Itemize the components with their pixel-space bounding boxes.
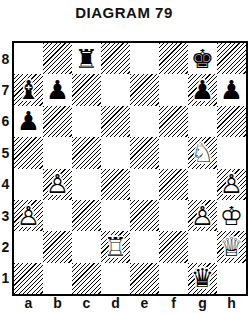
square-h3: ♚♔ [217, 200, 246, 231]
square-e1 [130, 263, 159, 294]
rank-label-5: 5 [0, 137, 11, 168]
square-g4 [188, 169, 217, 200]
square-d7 [101, 74, 130, 105]
square-f3 [159, 200, 188, 231]
black-bishop-a7: ♝ [14, 74, 43, 105]
file-label-f: f [159, 295, 188, 311]
rank-label-3: 3 [0, 200, 11, 231]
square-b8 [43, 43, 72, 74]
square-b1 [43, 263, 72, 294]
square-h5 [217, 137, 246, 168]
square-c5 [72, 137, 101, 168]
square-a2 [14, 231, 43, 262]
square-b6 [43, 106, 72, 137]
square-b2 [43, 231, 72, 262]
square-h6 [217, 106, 246, 137]
square-b3 [43, 200, 72, 231]
square-d2: ♜♖ [101, 231, 130, 262]
square-d5 [101, 137, 130, 168]
white-knight-g5: ♘ [188, 137, 217, 168]
black-rook-halo: ♜ [72, 43, 101, 74]
white-pawn-halo: ♟ [217, 169, 246, 200]
square-g2 [188, 231, 217, 262]
square-a4 [14, 169, 43, 200]
square-f6 [159, 106, 188, 137]
square-e5 [130, 137, 159, 168]
black-queen-g1: ♛ [188, 263, 217, 294]
white-pawn-a3: ♙ [14, 200, 43, 231]
black-bishop-halo: ♝ [14, 74, 43, 105]
square-a8 [14, 43, 43, 74]
black-queen-halo: ♛ [188, 263, 217, 294]
file-label-d: d [101, 295, 130, 311]
black-rook-c8: ♜ [72, 43, 101, 74]
rank-label-6: 6 [0, 106, 11, 137]
white-queen-h2: ♕ [217, 231, 246, 262]
square-d1 [101, 263, 130, 294]
square-g7: ♟♟ [188, 74, 217, 105]
black-pawn-g7: ♟ [188, 74, 217, 105]
square-c6 [72, 106, 101, 137]
rank-label-1: 1 [0, 263, 11, 294]
square-f1 [159, 263, 188, 294]
white-rook-halo: ♜ [101, 231, 130, 262]
square-g5: ♞♘ [188, 137, 217, 168]
white-pawn-b4: ♙ [43, 169, 72, 200]
square-d6 [101, 106, 130, 137]
rank-label-2: 2 [0, 231, 11, 262]
white-pawn-halo: ♟ [43, 169, 72, 200]
square-e3 [130, 200, 159, 231]
square-a7: ♝♝ [14, 74, 43, 105]
square-c8: ♜♜ [72, 43, 101, 74]
square-g6 [188, 106, 217, 137]
square-h1 [217, 263, 246, 294]
square-f5 [159, 137, 188, 168]
white-knight-halo: ♞ [188, 137, 217, 168]
square-e4 [130, 169, 159, 200]
square-a5 [14, 137, 43, 168]
black-pawn-b7: ♟ [43, 74, 72, 105]
white-pawn-g3: ♙ [188, 200, 217, 231]
white-pawn-halo: ♟ [188, 200, 217, 231]
square-c3 [72, 200, 101, 231]
file-label-h: h [217, 295, 246, 311]
square-g3: ♟♙ [188, 200, 217, 231]
white-king-h3: ♔ [217, 200, 246, 231]
rank-label-7: 7 [0, 74, 11, 105]
square-c1 [72, 263, 101, 294]
square-c2 [72, 231, 101, 262]
black-pawn-halo: ♟ [188, 74, 217, 105]
square-h8 [217, 43, 246, 74]
square-b4: ♟♙ [43, 169, 72, 200]
white-king-halo: ♚ [217, 200, 246, 231]
white-rook-d2: ♖ [101, 231, 130, 262]
square-e6 [130, 106, 159, 137]
file-label-a: a [14, 295, 43, 311]
square-g8: ♚♚ [188, 43, 217, 74]
square-b7: ♟♟ [43, 74, 72, 105]
file-labels: abcdefgh [14, 295, 246, 311]
square-a3: ♟♙ [14, 200, 43, 231]
black-pawn-h7: ♟ [217, 74, 246, 105]
square-c7 [72, 74, 101, 105]
file-label-c: c [72, 295, 101, 311]
square-h7: ♟♟ [217, 74, 246, 105]
diagram-page: DIAGRAM 79 87654321 ♜♜♚♚♝♝♟♟♟♟♟♟♟♟♞♘♟♙♟♙… [0, 0, 248, 313]
square-a6: ♟♟ [14, 106, 43, 137]
black-king-g8: ♚ [188, 43, 217, 74]
square-d4 [101, 169, 130, 200]
square-e8 [130, 43, 159, 74]
square-f7 [159, 74, 188, 105]
square-h4: ♟♙ [217, 169, 246, 200]
black-king-halo: ♚ [188, 43, 217, 74]
square-d8 [101, 43, 130, 74]
white-queen-halo: ♛ [217, 231, 246, 262]
file-label-e: e [130, 295, 159, 311]
black-pawn-halo: ♟ [43, 74, 72, 105]
diagram-title: DIAGRAM 79 [0, 4, 248, 21]
square-c4 [72, 169, 101, 200]
black-pawn-a6: ♟ [14, 106, 43, 137]
square-h2: ♛♕ [217, 231, 246, 262]
black-pawn-halo: ♟ [14, 106, 43, 137]
white-pawn-h4: ♙ [217, 169, 246, 200]
square-f2 [159, 231, 188, 262]
square-e7 [130, 74, 159, 105]
square-f8 [159, 43, 188, 74]
chess-board: ♜♜♚♚♝♝♟♟♟♟♟♟♟♟♞♘♟♙♟♙♟♙♟♙♚♔♜♖♛♕♛♛ [12, 41, 248, 296]
file-label-g: g [188, 295, 217, 311]
file-label-b: b [43, 295, 72, 311]
square-f4 [159, 169, 188, 200]
rank-labels: 87654321 [0, 43, 11, 294]
white-pawn-halo: ♟ [14, 200, 43, 231]
black-pawn-halo: ♟ [217, 74, 246, 105]
square-b5 [43, 137, 72, 168]
square-a1 [14, 263, 43, 294]
rank-label-4: 4 [0, 169, 11, 200]
rank-label-8: 8 [0, 43, 11, 74]
square-d3 [101, 200, 130, 231]
square-e2 [130, 231, 159, 262]
square-g1: ♛♛ [188, 263, 217, 294]
